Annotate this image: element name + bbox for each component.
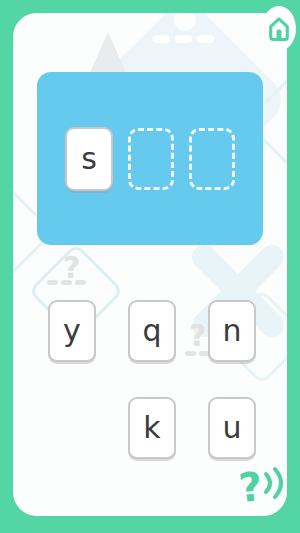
tray-tile-y[interactable]: y xyxy=(48,300,96,362)
tray-letter: k xyxy=(143,413,160,443)
home-icon xyxy=(268,16,290,42)
tray-letter: n xyxy=(222,316,241,346)
sound-waves-icon xyxy=(262,466,286,500)
tray-tile-u[interactable]: u xyxy=(208,397,256,459)
hint-audio-button[interactable]: ? xyxy=(239,464,287,516)
tray-letter: y xyxy=(63,316,81,346)
tray-tile-k[interactable]: k xyxy=(128,397,176,459)
tray-letter: q xyxy=(142,316,161,346)
answer-panel: s xyxy=(37,72,263,245)
tray-tile-n[interactable]: n xyxy=(208,300,256,362)
tray-letter: u xyxy=(222,413,241,443)
placed-letter: s xyxy=(81,144,97,174)
question-mark-icon: ? xyxy=(237,463,265,511)
placed-letter-tile[interactable]: s xyxy=(65,127,113,191)
empty-letter-slot-3[interactable] xyxy=(189,128,235,190)
empty-letter-slot-2[interactable] xyxy=(128,128,174,190)
letter-tray: y q n k u xyxy=(48,300,252,455)
game-card: ? ? s y q n k u ? xyxy=(13,13,287,516)
tray-tile-q[interactable]: q xyxy=(128,300,176,362)
watermark-question-mark: ? xyxy=(63,253,80,283)
watermark-dashes xyxy=(153,35,214,43)
watermark-notch xyxy=(174,13,196,31)
home-button[interactable] xyxy=(262,6,296,51)
watermark-dashes xyxy=(47,280,86,285)
